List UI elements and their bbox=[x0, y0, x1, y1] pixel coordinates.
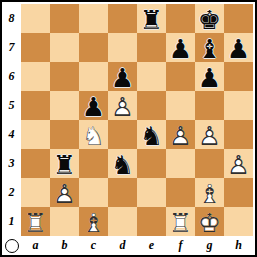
square-d1[interactable] bbox=[108, 207, 137, 236]
square-d2[interactable] bbox=[108, 178, 137, 207]
square-c8[interactable] bbox=[79, 4, 108, 33]
square-h3[interactable]: ♟♙ bbox=[224, 149, 253, 178]
file-label-f: f bbox=[166, 237, 195, 253]
square-a5[interactable] bbox=[21, 91, 50, 120]
square-g2[interactable]: ♝♗ bbox=[195, 178, 224, 207]
square-h1[interactable] bbox=[224, 207, 253, 236]
square-c2[interactable] bbox=[79, 178, 108, 207]
piece-white-pawn-outline-g4: ♙ bbox=[195, 121, 224, 150]
piece-black-knight-d3[interactable]: ♞ bbox=[108, 150, 137, 179]
piece-white-bishop-outline-g2: ♗ bbox=[195, 179, 224, 208]
square-a8[interactable] bbox=[21, 4, 50, 33]
piece-white-bishop-outline-c1: ♗ bbox=[79, 208, 108, 237]
piece-black-pawn-h7[interactable]: ♟ bbox=[224, 34, 253, 63]
square-b6[interactable] bbox=[50, 62, 79, 91]
square-a4[interactable] bbox=[21, 120, 50, 149]
piece-black-pawn-c5[interactable]: ♟ bbox=[79, 92, 108, 121]
square-f2[interactable] bbox=[166, 178, 195, 207]
rank-label-4: 4 bbox=[2, 120, 21, 149]
square-d5[interactable]: ♟♙ bbox=[108, 91, 137, 120]
piece-white-knight-outline-c4: ♘ bbox=[79, 121, 108, 150]
square-c4[interactable]: ♞♘ bbox=[79, 120, 108, 149]
square-c5[interactable]: ♟ bbox=[79, 91, 108, 120]
file-labels: abcdefgh bbox=[21, 237, 253, 253]
file-label-h: h bbox=[224, 237, 253, 253]
square-d3[interactable]: ♞ bbox=[108, 149, 137, 178]
rank-label-6: 6 bbox=[2, 62, 21, 91]
square-e4[interactable]: ♞ bbox=[137, 120, 166, 149]
piece-black-bishop-g7[interactable]: ♝ bbox=[195, 34, 224, 63]
square-f5[interactable] bbox=[166, 91, 195, 120]
square-c7[interactable] bbox=[79, 33, 108, 62]
square-c6[interactable] bbox=[79, 62, 108, 91]
rank-label-8: 8 bbox=[2, 4, 21, 33]
square-a6[interactable] bbox=[21, 62, 50, 91]
square-c1[interactable]: ♝♗ bbox=[79, 207, 108, 236]
square-h4[interactable] bbox=[224, 120, 253, 149]
square-e6[interactable] bbox=[137, 62, 166, 91]
square-b4[interactable] bbox=[50, 120, 79, 149]
file-label-e: e bbox=[137, 237, 166, 253]
file-label-g: g bbox=[195, 237, 224, 253]
square-b1[interactable] bbox=[50, 207, 79, 236]
square-h7[interactable]: ♟ bbox=[224, 33, 253, 62]
piece-black-knight-e4[interactable]: ♞ bbox=[137, 121, 166, 150]
piece-white-pawn-outline-f4: ♙ bbox=[166, 121, 195, 150]
white-to-move-indicator bbox=[5, 239, 19, 253]
square-e2[interactable] bbox=[137, 178, 166, 207]
rank-label-5: 5 bbox=[2, 91, 21, 120]
square-b3[interactable]: ♜ bbox=[50, 149, 79, 178]
piece-black-rook-b3[interactable]: ♜ bbox=[50, 150, 79, 179]
chess-diagram: 87654321 ♜♚♟♝♟♟♟♟♟♙♞♘♞♟♙♟♙♜♞♟♙♟♙♝♗♜♖♝♗♜♖… bbox=[0, 0, 257, 257]
square-h2[interactable] bbox=[224, 178, 253, 207]
square-g7[interactable]: ♝ bbox=[195, 33, 224, 62]
rank-label-2: 2 bbox=[2, 178, 21, 207]
file-label-d: d bbox=[108, 237, 137, 253]
square-b5[interactable] bbox=[50, 91, 79, 120]
square-c3[interactable] bbox=[79, 149, 108, 178]
square-f7[interactable]: ♟ bbox=[166, 33, 195, 62]
piece-white-rook-outline-f1: ♖ bbox=[166, 208, 195, 237]
square-e7[interactable] bbox=[137, 33, 166, 62]
square-d4[interactable] bbox=[108, 120, 137, 149]
square-e3[interactable] bbox=[137, 149, 166, 178]
piece-white-king-outline-g1: ♔ bbox=[195, 208, 224, 237]
square-f8[interactable] bbox=[166, 4, 195, 33]
rank-label-3: 3 bbox=[2, 149, 21, 178]
piece-black-king-g8[interactable]: ♚ bbox=[195, 5, 224, 34]
square-g3[interactable] bbox=[195, 149, 224, 178]
square-d8[interactable] bbox=[108, 4, 137, 33]
piece-white-pawn-outline-b2: ♙ bbox=[50, 179, 79, 208]
square-h6[interactable] bbox=[224, 62, 253, 91]
square-a2[interactable] bbox=[21, 178, 50, 207]
square-g6[interactable]: ♟ bbox=[195, 62, 224, 91]
rank-labels: 87654321 bbox=[2, 4, 21, 236]
square-f6[interactable] bbox=[166, 62, 195, 91]
square-h8[interactable] bbox=[224, 4, 253, 33]
piece-white-pawn-outline-h3: ♙ bbox=[224, 150, 253, 179]
square-a1[interactable]: ♜♖ bbox=[21, 207, 50, 236]
piece-black-pawn-d6[interactable]: ♟ bbox=[108, 63, 137, 92]
rank-label-7: 7 bbox=[2, 33, 21, 62]
piece-black-rook-e8[interactable]: ♜ bbox=[137, 5, 166, 34]
square-g1[interactable]: ♚♔ bbox=[195, 207, 224, 236]
square-e1[interactable] bbox=[137, 207, 166, 236]
square-b8[interactable] bbox=[50, 4, 79, 33]
file-label-c: c bbox=[79, 237, 108, 253]
square-f3[interactable] bbox=[166, 149, 195, 178]
square-e5[interactable] bbox=[137, 91, 166, 120]
square-g4[interactable]: ♟♙ bbox=[195, 120, 224, 149]
square-b2[interactable]: ♟♙ bbox=[50, 178, 79, 207]
rank-label-1: 1 bbox=[2, 207, 21, 236]
square-f4[interactable]: ♟♙ bbox=[166, 120, 195, 149]
piece-black-pawn-f7[interactable]: ♟ bbox=[166, 34, 195, 63]
file-label-a: a bbox=[21, 237, 50, 253]
square-f1[interactable]: ♜♖ bbox=[166, 207, 195, 236]
square-g5[interactable] bbox=[195, 91, 224, 120]
square-g8[interactable]: ♚ bbox=[195, 4, 224, 33]
piece-black-pawn-g6[interactable]: ♟ bbox=[195, 63, 224, 92]
square-h5[interactable] bbox=[224, 91, 253, 120]
square-b7[interactable] bbox=[50, 33, 79, 62]
square-a7[interactable] bbox=[21, 33, 50, 62]
piece-white-rook-outline-a1: ♖ bbox=[21, 208, 50, 237]
square-d6[interactable]: ♟ bbox=[108, 62, 137, 91]
square-a3[interactable] bbox=[21, 149, 50, 178]
square-d7[interactable] bbox=[108, 33, 137, 62]
chess-board: ♜♚♟♝♟♟♟♟♟♙♞♘♞♟♙♟♙♜♞♟♙♟♙♝♗♜♖♝♗♜♖♚♔ bbox=[21, 4, 253, 236]
square-e8[interactable]: ♜ bbox=[137, 4, 166, 33]
piece-white-pawn-outline-d5: ♙ bbox=[108, 92, 137, 121]
file-label-b: b bbox=[50, 237, 79, 253]
